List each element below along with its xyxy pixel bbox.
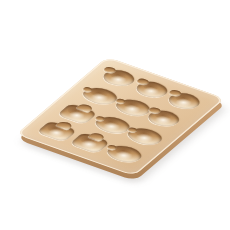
cavity-rounded-blob <box>103 143 147 166</box>
cavity-rect-with-arch <box>36 121 77 142</box>
cavity-rect-with-arch <box>69 132 110 153</box>
cavity-rounded-blob <box>123 125 167 148</box>
cavity-oval-with-knob <box>144 108 185 129</box>
product-photo <box>0 0 230 230</box>
cavity-oval-with-knob <box>131 79 172 100</box>
baking-pan <box>16 57 225 176</box>
cavity-oval-with-knob <box>164 90 205 111</box>
cavity-oval-with-knob <box>99 67 140 88</box>
cavity-grid <box>16 57 225 176</box>
